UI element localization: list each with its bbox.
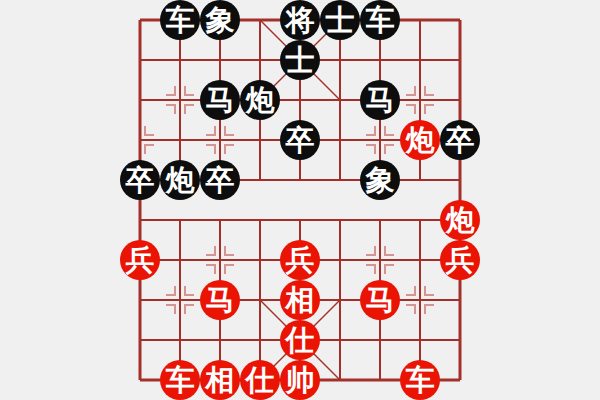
piece-black-soldier[interactable]: 卒 — [440, 120, 480, 160]
piece-black-cannon[interactable]: 炮 — [160, 160, 200, 200]
piece-red-soldier[interactable]: 兵 — [440, 240, 480, 280]
piece-red-cannon[interactable]: 炮 — [400, 120, 440, 160]
piece-black-soldier[interactable]: 卒 — [280, 120, 320, 160]
piece-black-advisor[interactable]: 士 — [280, 40, 320, 80]
piece-black-elephant[interactable]: 象 — [360, 160, 400, 200]
piece-red-horse[interactable]: 马 — [360, 280, 400, 320]
piece-black-soldier[interactable]: 卒 — [200, 160, 240, 200]
xiangqi-board: 车象将士车士马炮马卒炮卒卒炮卒象炮兵兵兵马相马仕车相仕帅车 — [0, 0, 600, 400]
piece-red-horse[interactable]: 马 — [200, 280, 240, 320]
piece-red-elephant[interactable]: 相 — [280, 280, 320, 320]
piece-black-elephant[interactable]: 象 — [200, 0, 240, 40]
piece-layer: 车象将士车士马炮马卒炮卒卒炮卒象炮兵兵兵马相马仕车相仕帅车 — [120, 0, 480, 400]
piece-black-general[interactable]: 将 — [280, 0, 320, 40]
xiangqi-screenshot: 车象将士车士马炮马卒炮卒卒炮卒象炮兵兵兵马相马仕车相仕帅车 — [0, 0, 600, 400]
piece-black-chariot[interactable]: 车 — [160, 0, 200, 40]
piece-red-chariot[interactable]: 车 — [400, 360, 440, 400]
piece-red-general[interactable]: 帅 — [280, 360, 320, 400]
piece-red-advisor[interactable]: 仕 — [280, 320, 320, 360]
piece-black-horse[interactable]: 马 — [200, 80, 240, 120]
piece-black-cannon[interactable]: 炮 — [240, 80, 280, 120]
piece-black-soldier[interactable]: 卒 — [120, 160, 160, 200]
piece-red-advisor[interactable]: 仕 — [240, 360, 280, 400]
piece-red-elephant[interactable]: 相 — [200, 360, 240, 400]
piece-red-soldier[interactable]: 兵 — [120, 240, 160, 280]
piece-red-cannon[interactable]: 炮 — [440, 200, 480, 240]
piece-black-advisor[interactable]: 士 — [320, 0, 360, 40]
piece-red-chariot[interactable]: 车 — [160, 360, 200, 400]
piece-black-horse[interactable]: 马 — [360, 80, 400, 120]
piece-red-soldier[interactable]: 兵 — [280, 240, 320, 280]
piece-black-chariot[interactable]: 车 — [360, 0, 400, 40]
